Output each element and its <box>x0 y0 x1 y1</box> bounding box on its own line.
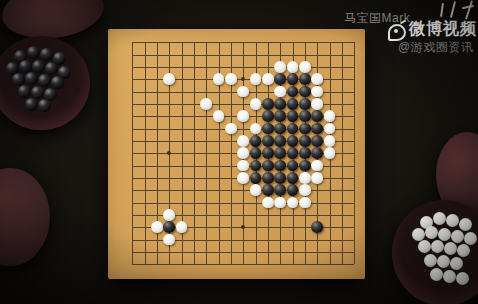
bowl-black-stone <box>31 86 44 99</box>
black-stone <box>299 110 311 122</box>
black-stone <box>262 184 274 196</box>
black-stone <box>311 123 323 135</box>
bowl-white-stone <box>433 212 446 225</box>
black-stone <box>287 110 299 122</box>
weibo-video-badge: 微博视频 <box>386 19 477 40</box>
bowl-white-stone <box>425 226 438 239</box>
white-stone <box>163 209 175 221</box>
white-stone <box>237 86 249 98</box>
black-stone <box>311 135 323 147</box>
black-stone <box>274 123 286 135</box>
black-stone <box>299 135 311 147</box>
bowl-white-stone <box>457 244 470 257</box>
white-stone <box>311 73 323 85</box>
black-stone <box>250 135 262 147</box>
black-stone <box>274 135 286 147</box>
black-stone <box>250 172 262 184</box>
white-stone <box>299 61 311 73</box>
bowl-white-stone <box>464 232 477 245</box>
white-stone-bowl <box>392 200 478 304</box>
black-stone <box>287 98 299 110</box>
bowl-black-stone <box>38 99 51 112</box>
grid-line <box>342 42 343 264</box>
bowl-white-stone <box>418 240 431 253</box>
black-stone <box>250 160 262 172</box>
grid-line <box>354 42 355 264</box>
white-stone <box>324 135 336 147</box>
bowl-white-stone <box>443 270 456 283</box>
white-stone <box>299 184 311 196</box>
white-stone <box>151 221 163 233</box>
black-stone <box>262 172 274 184</box>
bowl-white-stone <box>456 272 469 285</box>
white-stone <box>299 197 311 209</box>
bowl-white-stone <box>451 230 464 243</box>
black-stone <box>299 147 311 159</box>
white-stone <box>262 197 274 209</box>
star-point <box>167 151 171 155</box>
black-stone <box>287 123 299 135</box>
black-stone <box>299 98 311 110</box>
black-stone <box>299 73 311 85</box>
white-stone <box>213 110 225 122</box>
white-stone <box>237 147 249 159</box>
white-stone <box>225 73 237 85</box>
white-stone <box>299 172 311 184</box>
black-stone-bowl <box>0 36 90 130</box>
white-stone <box>163 234 175 246</box>
black-stone <box>299 123 311 135</box>
bowl-black-stone <box>25 98 38 111</box>
white-stone <box>287 197 299 209</box>
white-stone <box>237 172 249 184</box>
white-stone <box>200 98 212 110</box>
white-stone <box>274 61 286 73</box>
bowl-white-stone <box>444 242 457 255</box>
white-stone <box>324 110 336 122</box>
black-stone <box>274 98 286 110</box>
star-point <box>241 77 245 81</box>
black-stone <box>287 160 299 172</box>
grid-line <box>132 252 354 253</box>
black-stone <box>262 123 274 135</box>
bowl-white-stone <box>459 218 472 231</box>
bowl-black-stone <box>18 85 31 98</box>
black-stone <box>262 98 274 110</box>
white-stone <box>250 123 262 135</box>
black-stone <box>262 160 274 172</box>
go-board <box>108 29 365 279</box>
weibo-video-label: 微博视频 <box>409 19 477 40</box>
bowl-lid <box>0 168 50 266</box>
weibo-logo-icon <box>386 21 405 38</box>
black-stone <box>287 147 299 159</box>
white-stone <box>237 160 249 172</box>
white-stone <box>176 221 188 233</box>
account-handle: @游戏圈资讯 <box>398 39 473 56</box>
bowl-black-stone <box>51 76 64 89</box>
black-stone <box>299 160 311 172</box>
white-stone <box>250 98 262 110</box>
black-stone <box>274 184 286 196</box>
bowl-white-stone <box>431 240 444 253</box>
bowl-white-stone <box>424 254 437 267</box>
white-stone <box>163 73 175 85</box>
video-frame: 马宝国Mark 微博视频 @游戏圈资讯 <box>0 0 478 304</box>
grid-line <box>132 190 354 191</box>
white-stone <box>262 73 274 85</box>
bowl-black-stone <box>32 60 45 73</box>
star-point <box>241 225 245 229</box>
bowl-white-stone <box>430 268 443 281</box>
black-stone <box>311 110 323 122</box>
black-stone <box>274 172 286 184</box>
white-stone <box>274 86 286 98</box>
black-stone <box>287 86 299 98</box>
white-stone <box>287 61 299 73</box>
grid-line <box>132 264 354 265</box>
white-stone <box>250 73 262 85</box>
black-stone <box>274 110 286 122</box>
bowl-white-stone <box>437 255 450 268</box>
bowl-black-stone <box>25 72 38 85</box>
white-stone <box>311 86 323 98</box>
black-stone <box>250 147 262 159</box>
handwriting-mark <box>450 1 456 18</box>
bowl-black-stone <box>27 46 40 59</box>
black-stone <box>299 86 311 98</box>
black-stone <box>287 184 299 196</box>
black-stone <box>274 147 286 159</box>
bowl-white-stone <box>446 214 459 227</box>
white-stone <box>311 172 323 184</box>
white-stone <box>274 197 286 209</box>
grid-line <box>132 203 354 204</box>
black-stone <box>311 221 323 233</box>
white-stone <box>324 123 336 135</box>
black-stone <box>287 135 299 147</box>
black-stone <box>274 160 286 172</box>
handwriting-mark <box>440 3 444 17</box>
black-stone <box>287 73 299 85</box>
black-stone <box>274 73 286 85</box>
white-stone <box>213 73 225 85</box>
black-stone <box>262 135 274 147</box>
black-stone <box>311 147 323 159</box>
handwriting-mark <box>465 0 473 20</box>
bowl-black-stone <box>38 74 51 87</box>
white-stone <box>225 123 237 135</box>
white-stone <box>237 110 249 122</box>
black-stone <box>262 110 274 122</box>
white-stone <box>250 184 262 196</box>
black-stone <box>163 221 175 233</box>
bowl-white-stone <box>450 257 463 270</box>
bowl-white-stone <box>438 228 451 241</box>
white-stone <box>237 135 249 147</box>
black-stone <box>287 172 299 184</box>
bowl-black-stone <box>45 62 58 75</box>
bowl-black-stone <box>40 48 53 61</box>
white-stone <box>311 160 323 172</box>
black-stone <box>262 147 274 159</box>
white-stone <box>324 147 336 159</box>
white-stone <box>311 98 323 110</box>
